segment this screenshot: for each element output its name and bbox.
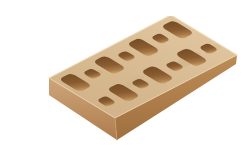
brick-svg — [40, 16, 245, 158]
brick-photo — [40, 16, 245, 158]
